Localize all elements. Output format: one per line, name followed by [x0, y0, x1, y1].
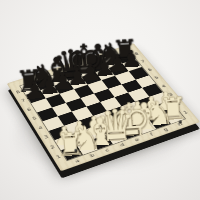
- perspective-container: ♜♞♝♛♚♝♞♜♟♟♟♟♟♟♟♟♟♟♟♟♟♟♟♟♜♞♝♛♚♝♞♜ abcdefg…: [0, 0, 200, 200]
- rank-label-2: 2: [173, 98, 184, 108]
- scene: ♜♞♝♛♚♝♞♜♟♟♟♟♟♟♟♟♟♟♟♟♟♟♟♟♜♞♝♛♚♝♞♜ abcdefg…: [0, 0, 200, 200]
- product-photo-background: ♜♞♝♛♚♝♞♜♟♟♟♟♟♟♟♟♟♟♟♟♟♟♟♟♜♞♝♛♚♝♞♜ abcdefg…: [0, 0, 200, 200]
- rank-label-7: 7: [19, 96, 28, 106]
- chessboard: ♜♞♝♛♚♝♞♜♟♟♟♟♟♟♟♟♟♟♟♟♟♟♟♟♜♞♝♛♚♝♞♜ abcdefg…: [7, 43, 200, 171]
